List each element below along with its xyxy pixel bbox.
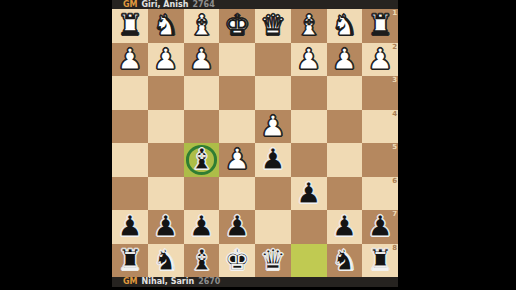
black-bishop[interactable]: ♝ — [184, 143, 220, 177]
square-c4[interactable] — [291, 110, 327, 144]
chess-board[interactable]: ♜♞♝♚♛♝♞1♜♟♟♟♟♟2♟3♟4♝♟♟5♟6♟♟♟♟♟7♟♜♞♝♚♛♞8♜ — [112, 9, 398, 277]
bottom-player-title: GM — [123, 277, 138, 287]
square-f3[interactable] — [184, 76, 220, 110]
black-pawn[interactable]: ♟ — [291, 177, 327, 211]
square-f2[interactable]: ♟ — [184, 43, 220, 77]
square-a8[interactable]: 8♜ — [362, 244, 398, 278]
square-b6[interactable] — [327, 177, 363, 211]
white-rook[interactable]: ♜ — [362, 9, 398, 43]
black-pawn[interactable]: ♟ — [112, 210, 148, 244]
square-a7[interactable]: 7♟ — [362, 210, 398, 244]
square-f5[interactable]: ♝ — [184, 143, 220, 177]
square-a1[interactable]: 1♜ — [362, 9, 398, 43]
square-c7[interactable] — [291, 210, 327, 244]
square-e6[interactable] — [219, 177, 255, 211]
square-b1[interactable]: ♞ — [327, 9, 363, 43]
square-d5[interactable]: ♟ — [255, 143, 291, 177]
square-h3[interactable] — [112, 76, 148, 110]
square-f8[interactable]: ♝ — [184, 244, 220, 278]
black-pawn[interactable]: ♟ — [184, 210, 220, 244]
rank-label-3: 3 — [392, 76, 397, 84]
white-pawn[interactable]: ♟ — [148, 43, 184, 77]
square-d1[interactable]: ♛ — [255, 9, 291, 43]
square-e3[interactable] — [219, 76, 255, 110]
square-f1[interactable]: ♝ — [184, 9, 220, 43]
white-pawn[interactable]: ♟ — [255, 110, 291, 144]
white-pawn[interactable]: ♟ — [362, 43, 398, 77]
black-queen[interactable]: ♛ — [255, 244, 291, 278]
square-e5[interactable]: ♟ — [219, 143, 255, 177]
square-c5[interactable] — [291, 143, 327, 177]
white-bishop[interactable]: ♝ — [291, 9, 327, 43]
white-king[interactable]: ♚ — [219, 9, 255, 43]
square-e1[interactable]: ♚ — [219, 9, 255, 43]
white-pawn[interactable]: ♟ — [291, 43, 327, 77]
broadcast-board-panel: GM Giri, Anish 2764 ♜♞♝♚♛♝♞1♜♟♟♟♟♟2♟3♟4♝… — [112, 0, 398, 290]
rank-label-5: 5 — [392, 143, 397, 151]
rank-label-4: 4 — [392, 110, 397, 118]
square-h4[interactable] — [112, 110, 148, 144]
square-h7[interactable]: ♟ — [112, 210, 148, 244]
square-g6[interactable] — [148, 177, 184, 211]
white-knight[interactable]: ♞ — [327, 9, 363, 43]
white-knight[interactable]: ♞ — [148, 9, 184, 43]
square-a5[interactable]: 5 — [362, 143, 398, 177]
square-b3[interactable] — [327, 76, 363, 110]
white-pawn[interactable]: ♟ — [327, 43, 363, 77]
square-g5[interactable] — [148, 143, 184, 177]
white-rook[interactable]: ♜ — [112, 9, 148, 43]
black-pawn[interactable]: ♟ — [219, 210, 255, 244]
square-g1[interactable]: ♞ — [148, 9, 184, 43]
black-pawn[interactable]: ♟ — [362, 210, 398, 244]
square-a3[interactable]: 3 — [362, 76, 398, 110]
white-pawn[interactable]: ♟ — [112, 43, 148, 77]
black-pawn[interactable]: ♟ — [255, 143, 291, 177]
square-f4[interactable] — [184, 110, 220, 144]
square-f7[interactable]: ♟ — [184, 210, 220, 244]
black-knight[interactable]: ♞ — [327, 244, 363, 278]
square-d6[interactable] — [255, 177, 291, 211]
square-a4[interactable]: 4 — [362, 110, 398, 144]
square-d2[interactable] — [255, 43, 291, 77]
square-e2[interactable] — [219, 43, 255, 77]
square-b2[interactable]: ♟ — [327, 43, 363, 77]
square-b8[interactable]: ♞ — [327, 244, 363, 278]
square-a6[interactable]: 6 — [362, 177, 398, 211]
square-h1[interactable]: ♜ — [112, 9, 148, 43]
square-a2[interactable]: 2♟ — [362, 43, 398, 77]
black-pawn[interactable]: ♟ — [327, 210, 363, 244]
square-d4[interactable]: ♟ — [255, 110, 291, 144]
square-b4[interactable] — [327, 110, 363, 144]
bottom-player-name: Nihal, Sarin — [142, 277, 195, 287]
square-c8[interactable] — [291, 244, 327, 278]
black-rook[interactable]: ♜ — [112, 244, 148, 278]
rank-label-6: 6 — [392, 177, 397, 185]
black-knight[interactable]: ♞ — [148, 244, 184, 278]
square-c1[interactable]: ♝ — [291, 9, 327, 43]
square-b5[interactable] — [327, 143, 363, 177]
square-d8[interactable]: ♛ — [255, 244, 291, 278]
bottom-player-bar: GM Nihal, Sarin 2670 — [112, 277, 398, 287]
square-b7[interactable]: ♟ — [327, 210, 363, 244]
white-pawn[interactable]: ♟ — [219, 143, 255, 177]
square-c3[interactable] — [291, 76, 327, 110]
square-h5[interactable] — [112, 143, 148, 177]
square-d3[interactable] — [255, 76, 291, 110]
square-c6[interactable]: ♟ — [291, 177, 327, 211]
square-h6[interactable] — [112, 177, 148, 211]
square-g3[interactable] — [148, 76, 184, 110]
square-g8[interactable]: ♞ — [148, 244, 184, 278]
bottom-player-rating: 2670 — [198, 277, 220, 287]
square-g7[interactable]: ♟ — [148, 210, 184, 244]
black-king[interactable]: ♚ — [219, 244, 255, 278]
black-pawn[interactable]: ♟ — [148, 210, 184, 244]
square-e7[interactable]: ♟ — [219, 210, 255, 244]
black-rook[interactable]: ♜ — [362, 244, 398, 278]
square-f6[interactable] — [184, 177, 220, 211]
white-bishop[interactable]: ♝ — [184, 9, 220, 43]
square-g2[interactable]: ♟ — [148, 43, 184, 77]
square-g4[interactable] — [148, 110, 184, 144]
square-e8[interactable]: ♚ — [219, 244, 255, 278]
black-bishop[interactable]: ♝ — [184, 244, 220, 278]
square-h8[interactable]: ♜ — [112, 244, 148, 278]
square-d7[interactable] — [255, 210, 291, 244]
square-e4[interactable] — [219, 110, 255, 144]
white-pawn[interactable]: ♟ — [184, 43, 220, 77]
white-queen[interactable]: ♛ — [255, 9, 291, 43]
square-c2[interactable]: ♟ — [291, 43, 327, 77]
square-h2[interactable]: ♟ — [112, 43, 148, 77]
